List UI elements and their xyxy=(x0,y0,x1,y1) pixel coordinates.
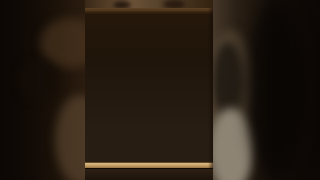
board-right-edge xyxy=(208,8,213,168)
blurred-background-right xyxy=(213,0,320,180)
blurred-board-glow xyxy=(55,95,85,180)
chess-board[interactable] xyxy=(85,14,213,162)
board-rim-back xyxy=(85,8,213,14)
status-bar xyxy=(85,168,213,180)
blurred-dark-blob xyxy=(20,60,60,100)
blurred-shadow xyxy=(247,0,307,180)
video-frame xyxy=(0,0,320,180)
game-view xyxy=(85,0,213,180)
blurred-background-left xyxy=(0,0,85,180)
